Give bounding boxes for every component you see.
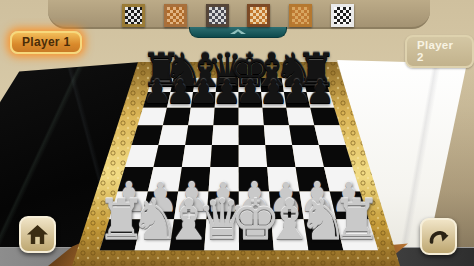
redo-button[interactable]: [420, 218, 457, 255]
square-g6[interactable]: [286, 108, 314, 126]
chess-app-scene: ♜♞♝♛♚♝♞♜♟♟♟♟♟♟♟♟♟♟♟♟♟♟♟♟♜♞♝♛♚♝♞♜ Player …: [0, 0, 474, 266]
theme-thumbnail-4-orange-cream-wood[interactable]: [247, 4, 270, 27]
home-icon: [26, 224, 49, 245]
chevron-up-icon: [230, 29, 246, 34]
square-e4[interactable]: [239, 145, 268, 167]
theme-thumbnail-1-black-white-gold-frame[interactable]: [122, 4, 145, 27]
curved-redo-arrow-icon: [427, 225, 451, 249]
square-d6[interactable]: [213, 108, 238, 126]
theme-thumbnail-3-white-slate-dark-frame[interactable]: [206, 4, 229, 27]
theme-thumbnail-5-tan-orange-wood[interactable]: [289, 4, 312, 27]
square-d5[interactable]: [212, 125, 239, 145]
square-e6[interactable]: [239, 108, 264, 126]
theme-thumbnail-2-wood-brown[interactable]: [164, 4, 187, 27]
theme-thumbnail-6-black-white-silver-frame[interactable]: [331, 4, 354, 27]
player2-badge: Player 2: [405, 35, 474, 68]
theme-drawer-handle[interactable]: [189, 27, 287, 38]
square-b6[interactable]: [163, 108, 191, 126]
black-pawn-h7[interactable]: ♟: [305, 74, 335, 107]
square-f6[interactable]: [263, 108, 290, 126]
square-c4[interactable]: [182, 145, 212, 167]
square-g4[interactable]: [292, 145, 324, 167]
square-c5[interactable]: [185, 125, 213, 145]
white-rook-h1[interactable]: ♜: [331, 192, 381, 248]
square-b4[interactable]: [154, 145, 186, 167]
square-f4[interactable]: [265, 145, 295, 167]
home-button[interactable]: [19, 216, 56, 253]
square-g5[interactable]: [289, 125, 319, 145]
square-f5[interactable]: [264, 125, 292, 145]
square-e5[interactable]: [239, 125, 266, 145]
square-c6[interactable]: [188, 108, 215, 126]
square-d4[interactable]: [210, 145, 238, 167]
board-theme-thumbnails: [122, 3, 354, 27]
square-b5[interactable]: [159, 125, 189, 145]
player1-badge: Player 1: [10, 31, 82, 54]
